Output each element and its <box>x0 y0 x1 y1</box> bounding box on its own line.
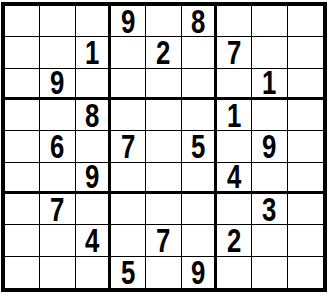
cell-r8c3: 4 <box>76 225 111 256</box>
cell-r6c2[interactable] <box>40 163 75 194</box>
cell-r9c6: 9 <box>182 257 217 288</box>
cell-r8c7: 2 <box>217 225 252 256</box>
cell-r1c2[interactable] <box>40 6 75 37</box>
cell-r8c5: 7 <box>146 225 181 256</box>
sudoku-board: 9812791816759947347259 <box>1 2 327 292</box>
cell-r7c1[interactable] <box>5 194 40 225</box>
cell-r9c4: 5 <box>111 257 146 288</box>
cell-r3c9[interactable] <box>288 69 323 100</box>
cell-r6c9[interactable] <box>288 163 323 194</box>
cell-r3c8: 1 <box>252 69 287 100</box>
given-digit: 4 <box>85 225 99 256</box>
given-digit: 7 <box>227 37 241 68</box>
cell-r6c7: 4 <box>217 163 252 194</box>
cell-r5c4: 7 <box>111 131 146 162</box>
given-digit: 8 <box>85 100 99 131</box>
cell-r6c4[interactable] <box>111 163 146 194</box>
cell-r1c1[interactable] <box>5 6 40 37</box>
cell-r9c9[interactable] <box>288 257 323 288</box>
cell-r4c4[interactable] <box>111 100 146 131</box>
cell-r8c1[interactable] <box>5 225 40 256</box>
cell-r4c9[interactable] <box>288 100 323 131</box>
cell-r2c5: 2 <box>146 37 181 68</box>
cell-r5c8: 9 <box>252 131 287 162</box>
cell-r3c7[interactable] <box>217 69 252 100</box>
cell-r1c8[interactable] <box>252 6 287 37</box>
cell-r5c2: 6 <box>40 131 75 162</box>
cell-r9c1[interactable] <box>5 257 40 288</box>
cell-r9c8[interactable] <box>252 257 287 288</box>
given-digit: 5 <box>191 131 205 162</box>
cell-r6c3: 9 <box>76 163 111 194</box>
cell-r4c7: 1 <box>217 100 252 131</box>
cell-r5c1[interactable] <box>5 131 40 162</box>
cell-r4c3: 8 <box>76 100 111 131</box>
given-digit: 7 <box>156 225 170 256</box>
given-digit: 9 <box>50 69 64 100</box>
given-digit: 1 <box>227 100 241 131</box>
cell-r7c7[interactable] <box>217 194 252 225</box>
given-digit: 9 <box>191 257 205 288</box>
given-digit: 4 <box>227 163 241 194</box>
cell-r1c9[interactable] <box>288 6 323 37</box>
cell-r2c9[interactable] <box>288 37 323 68</box>
cell-r3c6[interactable] <box>182 69 217 100</box>
cell-r1c4: 9 <box>111 6 146 37</box>
cell-r3c2: 9 <box>40 69 75 100</box>
cell-r8c2[interactable] <box>40 225 75 256</box>
cell-r2c8[interactable] <box>252 37 287 68</box>
given-digit: 2 <box>156 37 170 68</box>
cell-r4c6[interactable] <box>182 100 217 131</box>
cell-r9c3[interactable] <box>76 257 111 288</box>
cell-r1c3[interactable] <box>76 6 111 37</box>
cell-r3c5[interactable] <box>146 69 181 100</box>
cell-r6c1[interactable] <box>5 163 40 194</box>
given-digit: 7 <box>50 194 64 225</box>
given-digit: 8 <box>191 6 205 37</box>
cell-r5c5[interactable] <box>146 131 181 162</box>
cell-r1c5[interactable] <box>146 6 181 37</box>
cell-r6c6[interactable] <box>182 163 217 194</box>
cell-r9c7[interactable] <box>217 257 252 288</box>
cell-r2c6[interactable] <box>182 37 217 68</box>
cell-r9c5[interactable] <box>146 257 181 288</box>
cell-r1c6: 8 <box>182 6 217 37</box>
cell-r6c5[interactable] <box>146 163 181 194</box>
cell-r8c8[interactable] <box>252 225 287 256</box>
cell-r5c7[interactable] <box>217 131 252 162</box>
cell-r3c4[interactable] <box>111 69 146 100</box>
cell-r6c8[interactable] <box>252 163 287 194</box>
cell-r8c6[interactable] <box>182 225 217 256</box>
cell-r5c9[interactable] <box>288 131 323 162</box>
given-digit: 7 <box>121 131 135 162</box>
cell-r2c1[interactable] <box>5 37 40 68</box>
cell-r7c6[interactable] <box>182 194 217 225</box>
cell-r2c2[interactable] <box>40 37 75 68</box>
cell-r7c4[interactable] <box>111 194 146 225</box>
given-digit: 1 <box>85 37 99 68</box>
given-digit: 9 <box>85 163 99 194</box>
cell-r8c4[interactable] <box>111 225 146 256</box>
given-digit: 2 <box>227 225 241 256</box>
cell-r7c5[interactable] <box>146 194 181 225</box>
given-digit: 6 <box>50 131 64 162</box>
given-digit: 9 <box>262 131 276 162</box>
cell-r3c3[interactable] <box>76 69 111 100</box>
cell-r8c9[interactable] <box>288 225 323 256</box>
cell-r4c5[interactable] <box>146 100 181 131</box>
cell-r9c2[interactable] <box>40 257 75 288</box>
cell-r4c2[interactable] <box>40 100 75 131</box>
given-digit: 5 <box>121 257 135 288</box>
cell-r1c7[interactable] <box>217 6 252 37</box>
cell-r7c3[interactable] <box>76 194 111 225</box>
cell-r4c8[interactable] <box>252 100 287 131</box>
given-digit: 3 <box>262 194 276 225</box>
cell-r2c3: 1 <box>76 37 111 68</box>
cell-r3c1[interactable] <box>5 69 40 100</box>
cell-r4c1[interactable] <box>5 100 40 131</box>
cell-r7c2: 7 <box>40 194 75 225</box>
cell-r2c7: 7 <box>217 37 252 68</box>
given-digit: 9 <box>121 6 135 37</box>
cell-r5c6: 5 <box>182 131 217 162</box>
cell-r7c9[interactable] <box>288 194 323 225</box>
cell-r2c4[interactable] <box>111 37 146 68</box>
cell-r7c8: 3 <box>252 194 287 225</box>
given-digit: 1 <box>262 69 276 100</box>
cell-r5c3[interactable] <box>76 131 111 162</box>
